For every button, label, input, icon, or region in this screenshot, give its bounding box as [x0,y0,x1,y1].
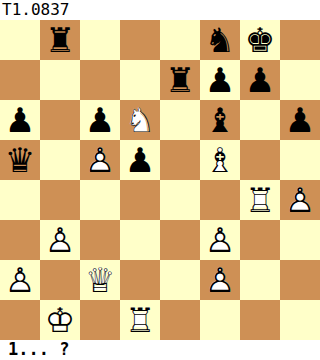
white-pawn-a2: ♟♙ [0,260,40,300]
square-g1[interactable] [240,300,280,340]
square-c5[interactable]: ♟♙ [80,140,120,180]
square-e8[interactable] [160,20,200,60]
black-king-g8: ♚ [240,20,280,60]
square-d4[interactable] [120,180,160,220]
square-d3[interactable] [120,220,160,260]
black-bishop-f6: ♝ [200,100,240,140]
square-a5[interactable]: ♛ [0,140,40,180]
square-h8[interactable] [280,20,320,60]
square-f6[interactable]: ♝ [200,100,240,140]
square-a2[interactable]: ♟♙ [0,260,40,300]
square-h2[interactable] [280,260,320,300]
black-pawn-g7: ♟ [240,60,280,100]
black-pawn-a6: ♟ [0,100,40,140]
square-a7[interactable] [0,60,40,100]
white-queen-c2: ♛♕ [80,260,120,300]
square-b3[interactable]: ♟♙ [40,220,80,260]
black-queen-a5: ♛ [0,140,40,180]
square-f4[interactable] [200,180,240,220]
square-c4[interactable] [80,180,120,220]
square-e1[interactable] [160,300,200,340]
square-h3[interactable] [280,220,320,260]
square-h7[interactable] [280,60,320,100]
white-pawn-b3: ♟♙ [40,220,80,260]
square-a4[interactable] [0,180,40,220]
white-pawn-h4: ♟♙ [280,180,320,220]
white-pawn-f2: ♟♙ [200,260,240,300]
square-f2[interactable]: ♟♙ [200,260,240,300]
square-d7[interactable] [120,60,160,100]
white-pawn-f3: ♟♙ [200,220,240,260]
move-prompt: 1... ? [8,338,69,360]
square-e7[interactable]: ♜ [160,60,200,100]
square-a1[interactable] [0,300,40,340]
square-f1[interactable] [200,300,240,340]
chess-board: ♜♞♚♜♟♟♟♟♞♘♝♟♛♟♙♟♝♗♜♖♟♙♟♙♟♙♟♙♛♕♟♙♚♔♜♖ [0,20,320,340]
square-f8[interactable]: ♞ [200,20,240,60]
square-b8[interactable]: ♜ [40,20,80,60]
square-b6[interactable] [40,100,80,140]
square-a6[interactable]: ♟ [0,100,40,140]
square-c6[interactable]: ♟ [80,100,120,140]
square-h4[interactable]: ♟♙ [280,180,320,220]
black-pawn-h6: ♟ [280,100,320,140]
square-e4[interactable] [160,180,200,220]
square-f7[interactable]: ♟ [200,60,240,100]
square-b4[interactable] [40,180,80,220]
white-bishop-f5: ♝♗ [200,140,240,180]
white-rook-g4: ♜♖ [240,180,280,220]
square-g7[interactable]: ♟ [240,60,280,100]
square-g6[interactable] [240,100,280,140]
square-g2[interactable] [240,260,280,300]
black-rook-b8: ♜ [40,20,80,60]
square-a8[interactable] [0,20,40,60]
square-e5[interactable] [160,140,200,180]
puzzle-title: T1.0837 [2,0,69,20]
white-pawn-c5: ♟♙ [80,140,120,180]
square-h6[interactable]: ♟ [280,100,320,140]
square-g3[interactable] [240,220,280,260]
square-g5[interactable] [240,140,280,180]
square-d2[interactable] [120,260,160,300]
square-b1[interactable]: ♚♔ [40,300,80,340]
square-e2[interactable] [160,260,200,300]
square-e6[interactable] [160,100,200,140]
square-d6[interactable]: ♞♘ [120,100,160,140]
square-c7[interactable] [80,60,120,100]
square-f5[interactable]: ♝♗ [200,140,240,180]
square-c8[interactable] [80,20,120,60]
black-pawn-c6: ♟ [80,100,120,140]
square-c1[interactable] [80,300,120,340]
black-knight-f8: ♞ [200,20,240,60]
square-d8[interactable] [120,20,160,60]
white-king-b1: ♚♔ [40,300,80,340]
square-h5[interactable] [280,140,320,180]
square-h1[interactable] [280,300,320,340]
square-f3[interactable]: ♟♙ [200,220,240,260]
square-b7[interactable] [40,60,80,100]
square-g8[interactable]: ♚ [240,20,280,60]
black-pawn-d5: ♟ [120,140,160,180]
black-rook-e7: ♜ [160,60,200,100]
square-a3[interactable] [0,220,40,260]
square-c2[interactable]: ♛♕ [80,260,120,300]
square-d1[interactable]: ♜♖ [120,300,160,340]
square-d5[interactable]: ♟ [120,140,160,180]
square-c3[interactable] [80,220,120,260]
square-b2[interactable] [40,260,80,300]
white-rook-d1: ♜♖ [120,300,160,340]
square-e3[interactable] [160,220,200,260]
black-pawn-f7: ♟ [200,60,240,100]
square-g4[interactable]: ♜♖ [240,180,280,220]
square-b5[interactable] [40,140,80,180]
white-knight-d6: ♞♘ [120,100,160,140]
